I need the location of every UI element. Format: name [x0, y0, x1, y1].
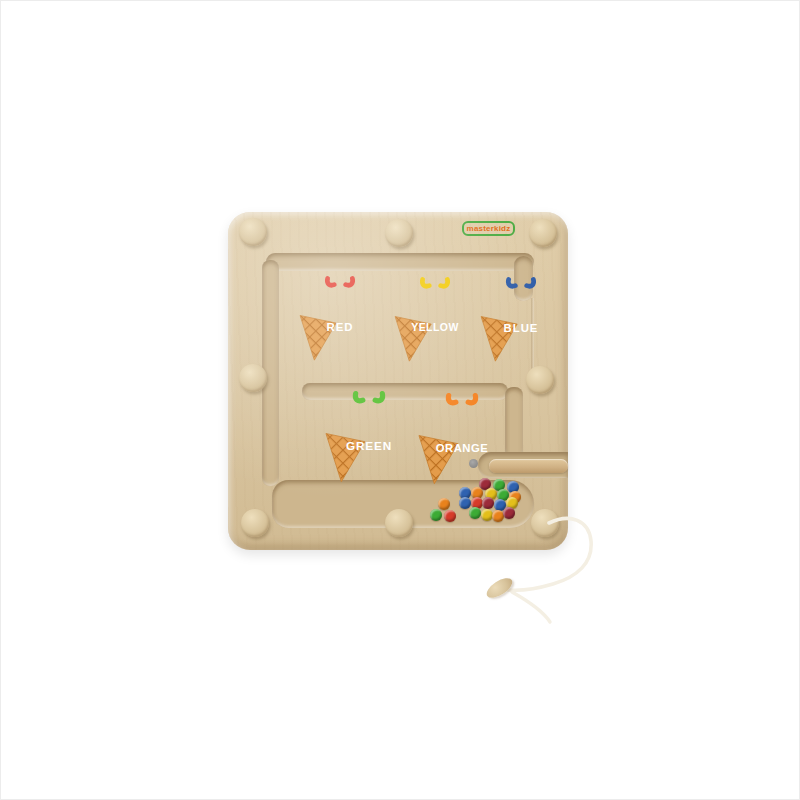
knob-mid-left: [239, 364, 267, 392]
knob-top-left: [239, 218, 267, 246]
bead-orange: [438, 498, 450, 510]
stylus-grip-tip: [484, 574, 516, 602]
bead-green: [469, 507, 481, 519]
bead-red: [444, 510, 456, 522]
scoop-label-yellow: YELLOW: [411, 322, 459, 333]
scoop-yellow: YELLOW: [397, 267, 473, 366]
knob-mid-right: [526, 366, 554, 394]
knob-bottom-left: [241, 509, 269, 537]
scoop-blue: BLUE: [483, 267, 559, 366]
knob-top-right: [529, 219, 557, 247]
bead-green: [430, 509, 442, 521]
scoop-label-orange: ORANGE: [436, 442, 489, 454]
maze-board: RED YELLOW BLUE GREEN: [228, 212, 568, 550]
scoop-green: GREEN: [328, 380, 410, 487]
scoop-red: RED: [302, 266, 378, 365]
bead-blue: [459, 497, 471, 509]
brand-logo: masterkidz: [462, 221, 515, 236]
scoop-label-green: GREEN: [346, 439, 392, 452]
bead-maroon: [482, 497, 494, 509]
bead-maroon: [503, 507, 515, 519]
brand-logo-text: masterkidz: [467, 224, 511, 233]
magnetic-stylus: [489, 459, 568, 473]
groove-mid-right: [505, 387, 523, 459]
scoop-label-red: RED: [327, 321, 354, 333]
knob-top-center: [385, 219, 413, 247]
knob-bottom-center: [385, 509, 413, 537]
knob-bottom-right: [531, 509, 559, 537]
magnet-dot: [469, 459, 478, 468]
scoop-label-blue: BLUE: [504, 322, 539, 334]
